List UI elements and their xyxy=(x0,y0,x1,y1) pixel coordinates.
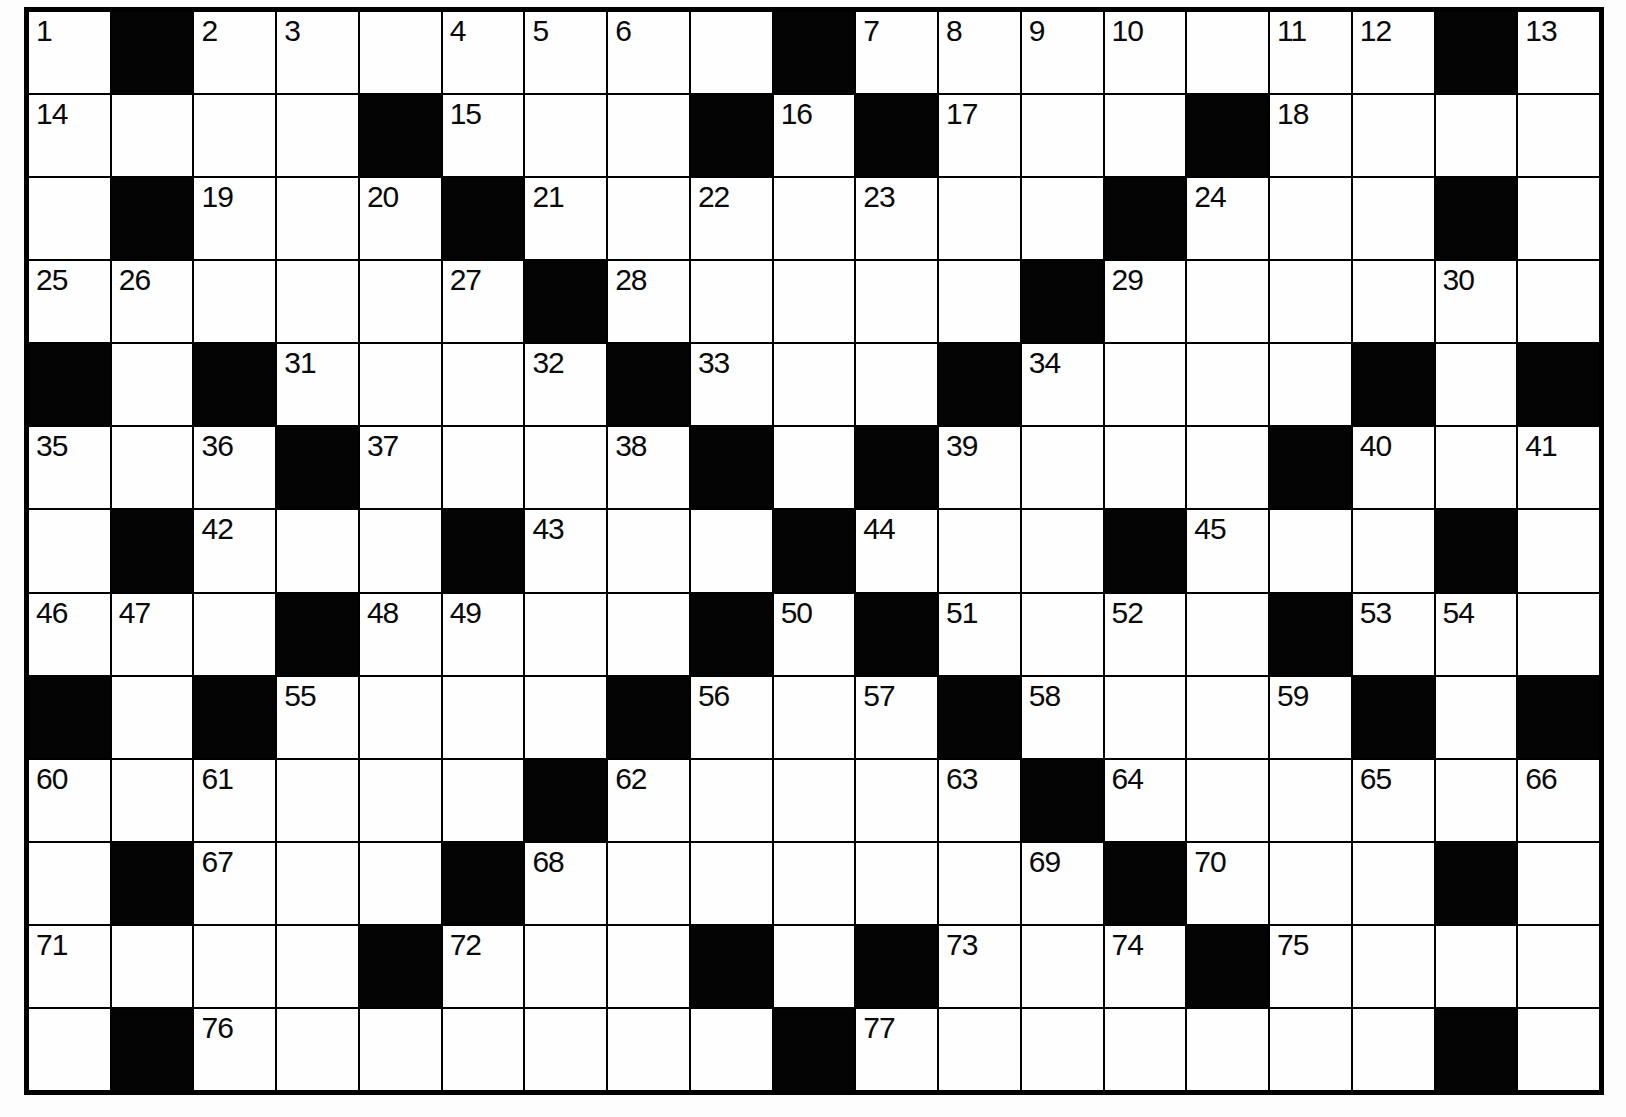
cell-r2c3[interactable] xyxy=(194,95,275,176)
cell-r1c4[interactable]: 3 xyxy=(277,12,358,93)
cell-r4c12[interactable] xyxy=(939,261,1020,342)
cell-r11c13[interactable]: 69 xyxy=(1022,843,1103,924)
cell-r11c17[interactable] xyxy=(1353,843,1434,924)
clue-number: 54 xyxy=(1443,597,1474,629)
cell-r11c10[interactable] xyxy=(774,843,855,924)
cell-r6c1[interactable]: 35 xyxy=(29,427,110,508)
cell-r12c5-block xyxy=(360,926,441,1007)
cell-r3c13[interactable] xyxy=(1022,178,1103,259)
cell-r3c1[interactable] xyxy=(29,178,110,259)
cell-r4c14[interactable]: 29 xyxy=(1105,261,1186,342)
clue-number: 48 xyxy=(367,597,398,629)
clue-number: 2 xyxy=(201,15,217,47)
clue-number: 60 xyxy=(36,763,67,795)
cell-r11c14-block xyxy=(1105,843,1186,924)
cell-r1c12[interactable]: 8 xyxy=(939,12,1020,93)
cell-r4c1[interactable]: 25 xyxy=(29,261,110,342)
cell-r5c4[interactable]: 31 xyxy=(277,344,358,425)
cell-r5c19-block xyxy=(1518,344,1599,425)
cell-r5c8-block xyxy=(608,344,689,425)
cell-r3c12[interactable] xyxy=(939,178,1020,259)
cell-r2c5-block xyxy=(360,95,441,176)
clue-number: 33 xyxy=(698,347,729,379)
clue-number: 1 xyxy=(36,15,52,47)
cell-r6c3[interactable]: 36 xyxy=(194,427,275,508)
cell-r13c9[interactable] xyxy=(691,1009,772,1090)
cell-r8c2[interactable]: 47 xyxy=(112,594,193,675)
cell-r10c16[interactable] xyxy=(1270,760,1351,841)
cell-r1c17[interactable]: 12 xyxy=(1353,12,1434,93)
clue-number: 62 xyxy=(615,763,646,795)
cell-r11c19[interactable] xyxy=(1518,843,1599,924)
clue-number: 36 xyxy=(201,430,232,462)
cell-r8c10[interactable]: 50 xyxy=(774,594,855,675)
cell-r12c2[interactable] xyxy=(112,926,193,1007)
cell-r6c10[interactable] xyxy=(774,427,855,508)
cell-r7c16[interactable] xyxy=(1270,510,1351,591)
cell-r5c15[interactable] xyxy=(1187,344,1268,425)
clue-number: 34 xyxy=(1029,347,1060,379)
cell-r7c12[interactable] xyxy=(939,510,1020,591)
cell-r2c18[interactable] xyxy=(1436,95,1517,176)
clue-number: 27 xyxy=(450,264,481,296)
clue-number: 69 xyxy=(1029,846,1060,878)
cell-r7c10-block xyxy=(774,510,855,591)
cell-r1c8[interactable]: 6 xyxy=(608,12,689,93)
cell-r12c4[interactable] xyxy=(277,926,358,1007)
cell-r12c16[interactable]: 75 xyxy=(1270,926,1351,1007)
cell-r3c4[interactable] xyxy=(277,178,358,259)
cell-r2c8[interactable] xyxy=(608,95,689,176)
cell-r5c6[interactable] xyxy=(443,344,524,425)
cell-r2c13[interactable] xyxy=(1022,95,1103,176)
cell-r10c9[interactable] xyxy=(691,760,772,841)
cell-r7c8[interactable] xyxy=(608,510,689,591)
clue-number: 29 xyxy=(1112,264,1143,296)
cell-r2c9-block xyxy=(691,95,772,176)
clue-number: 38 xyxy=(615,430,646,462)
cell-r6c16-block xyxy=(1270,427,1351,508)
cell-r6c19[interactable]: 41 xyxy=(1518,427,1599,508)
cell-r2c7[interactable] xyxy=(525,95,606,176)
cell-r8c11-block xyxy=(856,594,937,675)
cell-r2c10[interactable]: 16 xyxy=(774,95,855,176)
cell-r3c10[interactable] xyxy=(774,178,855,259)
cell-r10c3[interactable]: 61 xyxy=(194,760,275,841)
cell-r12c15-block xyxy=(1187,926,1268,1007)
clue-number: 52 xyxy=(1112,597,1143,629)
clue-number: 44 xyxy=(863,513,894,545)
crossword-grid: 1234567891011121314151617181920212223242… xyxy=(24,7,1604,1095)
cell-r12c10[interactable] xyxy=(774,926,855,1007)
clue-number: 47 xyxy=(119,597,150,629)
cell-r9c2[interactable] xyxy=(112,677,193,758)
cell-r10c7-block xyxy=(525,760,606,841)
clue-number: 51 xyxy=(946,597,977,629)
cell-r4c5[interactable] xyxy=(360,261,441,342)
cell-r11c8[interactable] xyxy=(608,843,689,924)
cell-r11c7[interactable]: 68 xyxy=(525,843,606,924)
cell-r6c6[interactable] xyxy=(443,427,524,508)
cell-r4c10[interactable] xyxy=(774,261,855,342)
cell-r12c11-block xyxy=(856,926,937,1007)
cell-r12c8[interactable] xyxy=(608,926,689,1007)
cell-r9c6[interactable] xyxy=(443,677,524,758)
clue-number: 73 xyxy=(946,929,977,961)
cell-r8c14[interactable]: 52 xyxy=(1105,594,1186,675)
cell-r13c5[interactable] xyxy=(360,1009,441,1090)
cell-r9c8-block xyxy=(608,677,689,758)
cell-r3c19[interactable] xyxy=(1518,178,1599,259)
cell-r11c18-block xyxy=(1436,843,1517,924)
clue-number: 25 xyxy=(36,264,67,296)
cell-r6c9-block xyxy=(691,427,772,508)
cell-r8c12[interactable]: 51 xyxy=(939,594,1020,675)
cell-r7c11[interactable]: 44 xyxy=(856,510,937,591)
cell-r10c13-block xyxy=(1022,760,1103,841)
cell-r8c8[interactable] xyxy=(608,594,689,675)
cell-r3c3[interactable]: 19 xyxy=(194,178,275,259)
cell-r10c1[interactable]: 60 xyxy=(29,760,110,841)
cell-r5c3-block xyxy=(194,344,275,425)
clue-number: 68 xyxy=(532,846,563,878)
cell-r6c18[interactable] xyxy=(1436,427,1517,508)
cell-r1c11[interactable]: 7 xyxy=(856,12,937,93)
cell-r10c4[interactable] xyxy=(277,760,358,841)
cell-r3c17[interactable] xyxy=(1353,178,1434,259)
cell-r5c11[interactable] xyxy=(856,344,937,425)
cell-r9c3-block xyxy=(194,677,275,758)
cell-r13c14[interactable] xyxy=(1105,1009,1186,1090)
cell-r7c4[interactable] xyxy=(277,510,358,591)
clue-number: 70 xyxy=(1194,846,1225,878)
cell-r4c3[interactable] xyxy=(194,261,275,342)
cell-r5c1-block xyxy=(29,344,110,425)
clue-number: 49 xyxy=(450,597,481,629)
cell-r12c14[interactable]: 74 xyxy=(1105,926,1186,1007)
cell-r7c15[interactable]: 45 xyxy=(1187,510,1268,591)
cell-r9c4[interactable]: 55 xyxy=(277,677,358,758)
clue-number: 30 xyxy=(1443,264,1474,296)
cell-r4c2[interactable]: 26 xyxy=(112,261,193,342)
cell-r7c3[interactable]: 42 xyxy=(194,510,275,591)
cell-r13c13[interactable] xyxy=(1022,1009,1103,1090)
cell-r10c8[interactable]: 62 xyxy=(608,760,689,841)
cell-r7c5[interactable] xyxy=(360,510,441,591)
cell-r3c8[interactable] xyxy=(608,178,689,259)
cell-r9c13[interactable]: 58 xyxy=(1022,677,1103,758)
clue-number: 45 xyxy=(1194,513,1225,545)
clue-number: 59 xyxy=(1277,680,1308,712)
cell-r4c8[interactable]: 28 xyxy=(608,261,689,342)
clue-number: 31 xyxy=(284,347,315,379)
clue-number: 63 xyxy=(946,763,977,795)
cell-r9c16[interactable]: 59 xyxy=(1270,677,1351,758)
cell-r2c6[interactable]: 15 xyxy=(443,95,524,176)
clue-number: 72 xyxy=(450,929,481,961)
cell-r12c18[interactable] xyxy=(1436,926,1517,1007)
cell-r5c9[interactable]: 33 xyxy=(691,344,772,425)
cell-r10c5[interactable] xyxy=(360,760,441,841)
cell-r8c18[interactable]: 54 xyxy=(1436,594,1517,675)
cell-r13c3[interactable]: 76 xyxy=(194,1009,275,1090)
clue-number: 14 xyxy=(36,98,67,130)
clue-number: 18 xyxy=(1277,98,1308,130)
cell-r9c10[interactable] xyxy=(774,677,855,758)
cell-r12c19[interactable] xyxy=(1518,926,1599,1007)
cell-r2c12[interactable]: 17 xyxy=(939,95,1020,176)
cell-r12c9-block xyxy=(691,926,772,1007)
cell-r1c9[interactable] xyxy=(691,12,772,93)
clue-number: 74 xyxy=(1112,929,1143,961)
cell-r11c15[interactable]: 70 xyxy=(1187,843,1268,924)
clue-number: 4 xyxy=(450,15,466,47)
clue-number: 42 xyxy=(201,513,232,545)
cell-r4c11[interactable] xyxy=(856,261,937,342)
cell-r4c4[interactable] xyxy=(277,261,358,342)
cell-r7c7[interactable]: 43 xyxy=(525,510,606,591)
cell-r1c19[interactable]: 13 xyxy=(1518,12,1599,93)
cell-r11c2-block xyxy=(112,843,193,924)
cell-r3c15[interactable]: 24 xyxy=(1187,178,1268,259)
cell-r13c7[interactable] xyxy=(525,1009,606,1090)
cell-r10c6[interactable] xyxy=(443,760,524,841)
cell-r6c14[interactable] xyxy=(1105,427,1186,508)
cell-r5c14[interactable] xyxy=(1105,344,1186,425)
cell-r8c7[interactable] xyxy=(525,594,606,675)
cell-r6c8[interactable]: 38 xyxy=(608,427,689,508)
cell-r11c4[interactable] xyxy=(277,843,358,924)
cell-r6c5[interactable]: 37 xyxy=(360,427,441,508)
clue-number: 57 xyxy=(863,680,894,712)
cell-r13c11[interactable]: 77 xyxy=(856,1009,937,1090)
clue-number: 16 xyxy=(781,98,812,130)
cell-r1c18-block xyxy=(1436,12,1517,93)
cell-r5c5[interactable] xyxy=(360,344,441,425)
cell-r5c7[interactable]: 32 xyxy=(525,344,606,425)
cell-r10c11[interactable] xyxy=(856,760,937,841)
cell-r2c1[interactable]: 14 xyxy=(29,95,110,176)
cell-r9c11[interactable]: 57 xyxy=(856,677,937,758)
cell-r7c17[interactable] xyxy=(1353,510,1434,591)
clue-number: 66 xyxy=(1525,763,1556,795)
cell-r9c19-block xyxy=(1518,677,1599,758)
cell-r13c8[interactable] xyxy=(608,1009,689,1090)
cell-r12c6[interactable]: 72 xyxy=(443,926,524,1007)
cell-r4c18[interactable]: 30 xyxy=(1436,261,1517,342)
cell-r7c2-block xyxy=(112,510,193,591)
cell-r10c17[interactable]: 65 xyxy=(1353,760,1434,841)
cell-r9c1-block xyxy=(29,677,110,758)
cell-r9c14[interactable] xyxy=(1105,677,1186,758)
cell-r9c9[interactable]: 56 xyxy=(691,677,772,758)
clue-number: 17 xyxy=(946,98,977,130)
clue-number: 6 xyxy=(615,15,631,47)
cell-r7c9[interactable] xyxy=(691,510,772,591)
cell-r6c4-block xyxy=(277,427,358,508)
clue-number: 41 xyxy=(1525,430,1556,462)
clue-number: 8 xyxy=(946,15,962,47)
cell-r3c14-block xyxy=(1105,178,1186,259)
cell-r4c15[interactable] xyxy=(1187,261,1268,342)
cell-r6c7[interactable] xyxy=(525,427,606,508)
cell-r9c18[interactable] xyxy=(1436,677,1517,758)
cell-r1c10-block xyxy=(774,12,855,93)
cell-r9c12-block xyxy=(939,677,1020,758)
cell-r8c13[interactable] xyxy=(1022,594,1103,675)
clue-number: 24 xyxy=(1194,181,1225,213)
cell-r13c10-block xyxy=(774,1009,855,1090)
clue-number: 7 xyxy=(863,15,879,47)
cell-r3c6-block xyxy=(443,178,524,259)
cell-r2c19[interactable] xyxy=(1518,95,1599,176)
cell-r13c17[interactable] xyxy=(1353,1009,1434,1090)
cell-r8c17[interactable]: 53 xyxy=(1353,594,1434,675)
cell-r10c10[interactable] xyxy=(774,760,855,841)
clue-number: 12 xyxy=(1360,15,1391,47)
cell-r12c12[interactable]: 73 xyxy=(939,926,1020,1007)
clue-number: 39 xyxy=(946,430,977,462)
cell-r9c7[interactable] xyxy=(525,677,606,758)
cell-r5c2[interactable] xyxy=(112,344,193,425)
cell-r13c2-block xyxy=(112,1009,193,1090)
cell-r11c5[interactable] xyxy=(360,843,441,924)
cell-r3c9[interactable]: 22 xyxy=(691,178,772,259)
cell-r6c13[interactable] xyxy=(1022,427,1103,508)
cell-r10c14[interactable]: 64 xyxy=(1105,760,1186,841)
cell-r8c1[interactable]: 46 xyxy=(29,594,110,675)
clue-number: 53 xyxy=(1360,597,1391,629)
cell-r11c6-block xyxy=(443,843,524,924)
clue-number: 23 xyxy=(863,181,894,213)
cell-r8c6[interactable]: 49 xyxy=(443,594,524,675)
cell-r2c4[interactable] xyxy=(277,95,358,176)
cell-r3c7[interactable]: 21 xyxy=(525,178,606,259)
cell-r13c19[interactable] xyxy=(1518,1009,1599,1090)
cell-r11c12[interactable] xyxy=(939,843,1020,924)
cell-r12c17[interactable] xyxy=(1353,926,1434,1007)
cell-r1c14[interactable]: 10 xyxy=(1105,12,1186,93)
cell-r1c1[interactable]: 1 xyxy=(29,12,110,93)
cell-r2c2[interactable] xyxy=(112,95,193,176)
cell-r5c10[interactable] xyxy=(774,344,855,425)
cell-r3c11[interactable]: 23 xyxy=(856,178,937,259)
cell-r10c19[interactable]: 66 xyxy=(1518,760,1599,841)
cell-r9c5[interactable] xyxy=(360,677,441,758)
cell-r7c14-block xyxy=(1105,510,1186,591)
clue-number: 37 xyxy=(367,430,398,462)
cell-r4c6[interactable]: 27 xyxy=(443,261,524,342)
cell-r1c3[interactable]: 2 xyxy=(194,12,275,93)
cell-r10c12[interactable]: 63 xyxy=(939,760,1020,841)
clue-number: 32 xyxy=(532,347,563,379)
cell-r1c15[interactable] xyxy=(1187,12,1268,93)
cell-r9c15[interactable] xyxy=(1187,677,1268,758)
crossword-page: 1234567891011121314151617181920212223242… xyxy=(0,0,1626,1117)
cell-r1c5[interactable] xyxy=(360,12,441,93)
cell-r4c13-block xyxy=(1022,261,1103,342)
cell-r6c17[interactable]: 40 xyxy=(1353,427,1434,508)
clue-number: 35 xyxy=(36,430,67,462)
cell-r11c1[interactable] xyxy=(29,843,110,924)
cell-r3c2-block xyxy=(112,178,193,259)
cell-r4c17[interactable] xyxy=(1353,261,1434,342)
cell-r5c16[interactable] xyxy=(1270,344,1351,425)
cell-r6c2[interactable] xyxy=(112,427,193,508)
cell-r6c12[interactable]: 39 xyxy=(939,427,1020,508)
cell-r12c1[interactable]: 71 xyxy=(29,926,110,1007)
cell-r7c13[interactable] xyxy=(1022,510,1103,591)
cell-r8c4-block xyxy=(277,594,358,675)
cell-r2c16[interactable]: 18 xyxy=(1270,95,1351,176)
cell-r5c12-block xyxy=(939,344,1020,425)
cell-r7c18-block xyxy=(1436,510,1517,591)
clue-number: 28 xyxy=(615,264,646,296)
cell-r11c3[interactable]: 67 xyxy=(194,843,275,924)
cell-r1c16[interactable]: 11 xyxy=(1270,12,1351,93)
cell-r1c7[interactable]: 5 xyxy=(525,12,606,93)
cell-r13c12[interactable] xyxy=(939,1009,1020,1090)
cell-r4c16[interactable] xyxy=(1270,261,1351,342)
cell-r13c6[interactable] xyxy=(443,1009,524,1090)
clue-number: 3 xyxy=(284,15,300,47)
cell-r1c6[interactable]: 4 xyxy=(443,12,524,93)
cell-r12c7[interactable] xyxy=(525,926,606,1007)
cell-r6c15[interactable] xyxy=(1187,427,1268,508)
cell-r3c18-block xyxy=(1436,178,1517,259)
clue-number: 5 xyxy=(532,15,548,47)
cell-r3c5[interactable]: 20 xyxy=(360,178,441,259)
cell-r13c16[interactable] xyxy=(1270,1009,1351,1090)
cell-r5c13[interactable]: 34 xyxy=(1022,344,1103,425)
cell-r8c19[interactable] xyxy=(1518,594,1599,675)
clue-number: 26 xyxy=(119,264,150,296)
cell-r11c11[interactable] xyxy=(856,843,937,924)
cell-r5c18[interactable] xyxy=(1436,344,1517,425)
cell-r2c11-block xyxy=(856,95,937,176)
cell-r4c9[interactable] xyxy=(691,261,772,342)
cell-r12c13[interactable] xyxy=(1022,926,1103,1007)
cell-r13c1[interactable] xyxy=(29,1009,110,1090)
clue-number: 40 xyxy=(1360,430,1391,462)
cell-r2c17[interactable] xyxy=(1353,95,1434,176)
cell-r11c16[interactable] xyxy=(1270,843,1351,924)
cell-r2c15-block xyxy=(1187,95,1268,176)
cell-r7c6-block xyxy=(443,510,524,591)
cell-r11c9[interactable] xyxy=(691,843,772,924)
cell-r1c13[interactable]: 9 xyxy=(1022,12,1103,93)
cell-r8c15[interactable] xyxy=(1187,594,1268,675)
cell-r13c4[interactable] xyxy=(277,1009,358,1090)
cell-r4c19[interactable] xyxy=(1518,261,1599,342)
cell-r10c15[interactable] xyxy=(1187,760,1268,841)
cell-r10c2[interactable] xyxy=(112,760,193,841)
cell-r7c1[interactable] xyxy=(29,510,110,591)
cell-r8c3[interactable] xyxy=(194,594,275,675)
clue-number: 15 xyxy=(450,98,481,130)
cell-r10c18[interactable] xyxy=(1436,760,1517,841)
clue-number: 76 xyxy=(201,1012,232,1044)
cell-r7c19[interactable] xyxy=(1518,510,1599,591)
clue-number: 19 xyxy=(201,181,232,213)
cell-r13c18-block xyxy=(1436,1009,1517,1090)
cell-r13c15[interactable] xyxy=(1187,1009,1268,1090)
cell-r2c14[interactable] xyxy=(1105,95,1186,176)
cell-r12c3[interactable] xyxy=(194,926,275,1007)
cell-r3c16[interactable] xyxy=(1270,178,1351,259)
clue-number: 13 xyxy=(1525,15,1556,47)
cell-r8c5[interactable]: 48 xyxy=(360,594,441,675)
